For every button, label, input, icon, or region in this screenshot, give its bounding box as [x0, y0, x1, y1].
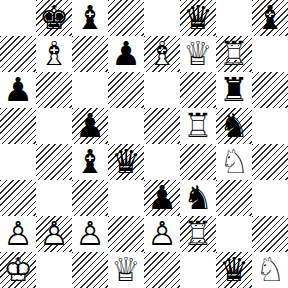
square-f1[interactable] — [180, 252, 216, 288]
black-bishop-glyph: ♝ — [72, 144, 108, 180]
square-c2[interactable]: ♟♙ — [72, 216, 108, 252]
square-f7[interactable]: ♛♕ — [180, 36, 216, 72]
square-a2[interactable]: ♟♙ — [0, 216, 36, 252]
square-a4[interactable] — [0, 144, 36, 180]
square-c5[interactable]: ♟ — [72, 108, 108, 144]
square-e6[interactable] — [144, 72, 180, 108]
black-rook-glyph: ♜ — [216, 72, 252, 108]
piece-black-bishop: ♝ — [72, 0, 108, 36]
square-e8[interactable] — [144, 0, 180, 36]
white-rook-glyph: ♖ — [216, 36, 252, 72]
black-bishop-glyph: ♝ — [72, 0, 108, 36]
piece-black-queen: ♛ — [180, 0, 216, 36]
black-pawn-glyph: ♟ — [108, 36, 144, 72]
square-h3[interactable] — [252, 180, 288, 216]
square-b3[interactable] — [36, 180, 72, 216]
black-king-glyph: ♚ — [36, 0, 72, 36]
square-a7[interactable] — [0, 36, 36, 72]
square-h7[interactable] — [252, 36, 288, 72]
piece-white-bishop: ♝♗ — [36, 36, 72, 72]
white-pawn-glyph: ♙ — [0, 216, 36, 252]
white-bishop-glyph: ♗ — [36, 36, 72, 72]
square-c3[interactable] — [72, 180, 108, 216]
square-f8[interactable]: ♛ — [180, 0, 216, 36]
piece-black-pawn: ♟ — [108, 36, 144, 72]
piece-black-king: ♚ — [36, 0, 72, 36]
piece-black-pawn: ♟ — [72, 108, 108, 144]
chess-board: ♚♝♛♝♝♗♟♝♗♛♕♜♖♟♜♟♜♖♞♝♛♞♘♟♞♟♙♟♙♟♙♟♙♜♖♚♔♛♕♛… — [0, 0, 288, 288]
square-h5[interactable] — [252, 108, 288, 144]
white-knight-glyph: ♘ — [252, 252, 288, 288]
square-e1[interactable] — [144, 252, 180, 288]
square-g4[interactable]: ♞♘ — [216, 144, 252, 180]
square-d6[interactable] — [108, 72, 144, 108]
square-h1[interactable]: ♞♘ — [252, 252, 288, 288]
square-c8[interactable]: ♝ — [72, 0, 108, 36]
square-b8[interactable]: ♚ — [36, 0, 72, 36]
white-knight-glyph: ♘ — [216, 144, 252, 180]
square-f3[interactable]: ♞ — [180, 180, 216, 216]
square-g7[interactable]: ♜♖ — [216, 36, 252, 72]
piece-black-rook: ♜ — [216, 72, 252, 108]
square-d7[interactable]: ♟ — [108, 36, 144, 72]
white-rook-glyph: ♖ — [180, 216, 216, 252]
square-d1[interactable]: ♛♕ — [108, 252, 144, 288]
white-queen-glyph: ♕ — [108, 252, 144, 288]
piece-black-knight: ♞ — [180, 180, 216, 216]
black-queen-glyph: ♛ — [180, 0, 216, 36]
square-c6[interactable] — [72, 72, 108, 108]
piece-black-pawn: ♟ — [0, 72, 36, 108]
square-f5[interactable]: ♜♖ — [180, 108, 216, 144]
square-a6[interactable]: ♟ — [0, 72, 36, 108]
square-d2[interactable] — [108, 216, 144, 252]
piece-white-knight: ♞♘ — [252, 252, 288, 288]
square-b2[interactable]: ♟♙ — [36, 216, 72, 252]
piece-white-rook: ♜♖ — [180, 216, 216, 252]
black-queen-glyph: ♛ — [108, 144, 144, 180]
piece-black-pawn: ♟ — [144, 180, 180, 216]
black-knight-glyph: ♞ — [180, 180, 216, 216]
piece-white-king: ♚♔ — [0, 252, 36, 288]
black-bishop-glyph: ♝ — [252, 0, 288, 36]
square-h2[interactable] — [252, 216, 288, 252]
white-pawn-glyph: ♙ — [72, 216, 108, 252]
square-a3[interactable] — [0, 180, 36, 216]
square-e7[interactable]: ♝♗ — [144, 36, 180, 72]
piece-white-pawn: ♟♙ — [0, 216, 36, 252]
square-g3[interactable] — [216, 180, 252, 216]
piece-white-rook: ♜♖ — [180, 108, 216, 144]
square-e2[interactable]: ♟♙ — [144, 216, 180, 252]
piece-white-pawn: ♟♙ — [36, 216, 72, 252]
square-f4[interactable] — [180, 144, 216, 180]
piece-white-pawn: ♟♙ — [144, 216, 180, 252]
piece-black-knight: ♞ — [216, 108, 252, 144]
square-b1[interactable] — [36, 252, 72, 288]
black-pawn-glyph: ♟ — [144, 180, 180, 216]
square-e5[interactable] — [144, 108, 180, 144]
piece-white-queen: ♛♕ — [180, 36, 216, 72]
square-d3[interactable] — [108, 180, 144, 216]
white-bishop-glyph: ♗ — [144, 36, 180, 72]
square-a8[interactable] — [0, 0, 36, 36]
piece-white-queen: ♛♕ — [108, 252, 144, 288]
square-g1[interactable]: ♛ — [216, 252, 252, 288]
square-g8[interactable] — [216, 0, 252, 36]
square-f2[interactable]: ♜♖ — [180, 216, 216, 252]
square-c7[interactable] — [72, 36, 108, 72]
white-pawn-glyph: ♙ — [36, 216, 72, 252]
chess-diagram: ♚♝♛♝♝♗♟♝♗♛♕♜♖♟♜♟♜♖♞♝♛♞♘♟♞♟♙♟♙♟♙♟♙♜♖♚♔♛♕♛… — [0, 0, 288, 288]
square-d8[interactable] — [108, 0, 144, 36]
square-g6[interactable]: ♜ — [216, 72, 252, 108]
square-d4[interactable]: ♛ — [108, 144, 144, 180]
piece-black-bishop: ♝ — [72, 144, 108, 180]
square-a1[interactable]: ♚♔ — [0, 252, 36, 288]
square-b6[interactable] — [36, 72, 72, 108]
white-queen-glyph: ♕ — [180, 36, 216, 72]
white-rook-glyph: ♖ — [180, 108, 216, 144]
black-queen-glyph: ♛ — [216, 252, 252, 288]
square-c4[interactable]: ♝ — [72, 144, 108, 180]
piece-white-knight: ♞♘ — [216, 144, 252, 180]
square-a5[interactable] — [0, 108, 36, 144]
square-c1[interactable] — [72, 252, 108, 288]
square-b7[interactable]: ♝♗ — [36, 36, 72, 72]
black-pawn-glyph: ♟ — [0, 72, 36, 108]
square-d5[interactable] — [108, 108, 144, 144]
square-f6[interactable] — [180, 72, 216, 108]
square-b4[interactable] — [36, 144, 72, 180]
square-g2[interactable] — [216, 216, 252, 252]
white-king-glyph: ♔ — [0, 252, 36, 288]
square-b5[interactable] — [36, 108, 72, 144]
square-g5[interactable]: ♞ — [216, 108, 252, 144]
piece-black-bishop: ♝ — [252, 0, 288, 36]
black-knight-glyph: ♞ — [216, 108, 252, 144]
square-e3[interactable]: ♟ — [144, 180, 180, 216]
square-h6[interactable] — [252, 72, 288, 108]
piece-white-bishop: ♝♗ — [144, 36, 180, 72]
square-e4[interactable] — [144, 144, 180, 180]
square-h4[interactable] — [252, 144, 288, 180]
black-pawn-glyph: ♟ — [72, 108, 108, 144]
piece-white-rook: ♜♖ — [216, 36, 252, 72]
white-pawn-glyph: ♙ — [144, 216, 180, 252]
piece-black-queen: ♛ — [108, 144, 144, 180]
square-h8[interactable]: ♝ — [252, 0, 288, 36]
piece-black-queen: ♛ — [216, 252, 252, 288]
piece-white-pawn: ♟♙ — [72, 216, 108, 252]
